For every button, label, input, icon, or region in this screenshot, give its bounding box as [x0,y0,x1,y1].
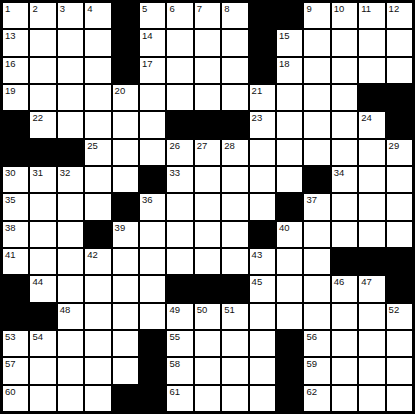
clue-number-7: 7 [197,3,202,14]
cell-r15c14[interactable] [359,386,384,411]
cell-r11c13[interactable]: 46 [332,276,357,301]
cell-r13c14[interactable] [359,331,384,356]
clue-number-42: 42 [87,249,98,260]
cell-r15c3[interactable] [58,386,83,411]
cell-r7c13[interactable]: 34 [332,167,357,192]
cell-r12c14[interactable] [359,304,384,329]
cell-r3c3[interactable] [58,58,83,83]
cell-r6c10[interactable] [250,140,275,165]
cell-r8c14[interactable] [359,194,384,219]
cell-r12c3[interactable]: 48 [58,304,83,329]
cell-r15c10[interactable] [250,386,275,411]
cell-r12c9[interactable]: 51 [222,304,247,329]
cell-r12c10[interactable] [250,304,275,329]
clue-number-29: 29 [389,140,400,151]
cell-r8c10[interactable] [250,194,275,219]
cell-r2c2[interactable] [30,30,55,55]
clue-number-11: 11 [361,3,371,14]
cell-r4c12[interactable] [304,85,329,110]
cell-r3c9[interactable] [222,58,247,83]
black-cell-r5c7 [167,112,192,137]
cell-r14c5[interactable] [113,358,138,383]
clue-number-45: 45 [252,276,263,287]
black-cell-r14c11 [277,358,302,383]
clue-number-31: 31 [32,167,43,178]
cell-r1c12[interactable]: 9 [304,3,329,28]
black-cell-r11c15 [387,276,412,301]
black-cell-r1c5 [113,3,138,28]
cell-r6c6[interactable] [140,140,165,165]
cell-r11c5[interactable] [113,276,138,301]
clue-number-35: 35 [5,194,16,205]
cell-r12c11[interactable] [277,304,302,329]
clue-number-37: 37 [306,194,317,205]
clue-number-55: 55 [169,331,180,342]
clue-number-60: 60 [5,386,16,397]
black-cell-r1c11 [277,3,302,28]
cell-r10c8[interactable] [195,249,220,274]
clue-number-46: 46 [334,276,345,287]
clue-number-40: 40 [279,222,290,233]
black-cell-r15c5 [113,386,138,411]
cell-r4c5[interactable]: 20 [113,85,138,110]
cell-r7c8[interactable] [195,167,220,192]
cell-r4c9[interactable] [222,85,247,110]
clue-number-30: 30 [5,167,16,178]
cell-r9c8[interactable] [195,222,220,247]
black-cell-r8c5 [113,194,138,219]
clue-number-17: 17 [142,58,153,69]
cell-r8c8[interactable] [195,194,220,219]
clue-number-47: 47 [361,276,372,287]
cell-r7c2[interactable]: 31 [30,167,55,192]
cell-r3c11[interactable]: 18 [277,58,302,83]
cell-r3c15[interactable] [387,58,412,83]
black-cell-r15c6 [140,386,165,411]
cell-r12c5[interactable] [113,304,138,329]
cell-r9c12[interactable] [304,222,329,247]
cell-r6c15[interactable]: 29 [387,140,412,165]
cell-r6c14[interactable] [359,140,384,165]
cell-r3c8[interactable] [195,58,220,83]
cell-r1c13[interactable]: 10 [332,3,357,28]
cell-r1c3[interactable]: 3 [58,3,83,28]
cell-r11c14[interactable]: 47 [359,276,384,301]
black-cell-r8c11 [277,194,302,219]
cell-r10c1[interactable]: 41 [3,249,28,274]
black-cell-r6c2 [30,140,55,165]
cell-r11c11[interactable] [277,276,302,301]
cell-r14c7[interactable]: 58 [167,358,192,383]
cell-r2c14[interactable] [359,30,384,55]
cell-r11c12[interactable] [304,276,329,301]
clue-number-8: 8 [224,3,229,14]
cell-r10c11[interactable] [277,249,302,274]
cell-r10c5[interactable] [113,249,138,274]
cell-r1c1[interactable]: 1 [3,3,28,28]
clue-number-27: 27 [197,140,208,151]
clue-number-32: 32 [60,167,71,178]
cell-r8c1[interactable]: 35 [3,194,28,219]
black-cell-r5c15 [387,112,412,137]
cell-r2c3[interactable] [58,30,83,55]
cell-r1c8[interactable]: 7 [195,3,220,28]
cell-r7c14[interactable] [359,167,384,192]
cell-r4c11[interactable] [277,85,302,110]
cell-r15c2[interactable] [30,386,55,411]
cell-r15c8[interactable] [195,386,220,411]
cell-r10c7[interactable] [167,249,192,274]
cell-r14c13[interactable] [332,358,357,383]
black-cell-r10c13 [332,249,357,274]
clue-number-26: 26 [169,140,180,151]
cell-r1c9[interactable]: 8 [222,3,247,28]
cell-r4c13[interactable] [332,85,357,110]
black-cell-r7c6 [140,167,165,192]
cell-r6c8[interactable]: 27 [195,140,220,165]
cell-r10c10[interactable]: 43 [250,249,275,274]
cell-r9c13[interactable] [332,222,357,247]
cell-r10c12[interactable] [304,249,329,274]
cell-r11c6[interactable] [140,276,165,301]
cell-r5c4[interactable] [85,112,110,137]
cell-r7c11[interactable] [277,167,302,192]
cell-r1c4[interactable]: 4 [85,3,110,28]
cell-r8c12[interactable]: 37 [304,194,329,219]
black-cell-r11c9 [222,276,247,301]
cell-r4c10[interactable]: 21 [250,85,275,110]
cell-r3c4[interactable] [85,58,110,83]
cell-r9c15[interactable] [387,222,412,247]
cell-r14c2[interactable] [30,358,55,383]
clue-number-62: 62 [306,386,317,397]
black-cell-r10c14 [359,249,384,274]
cell-r13c8[interactable] [195,331,220,356]
clue-number-23: 23 [252,112,263,123]
black-cell-r15c11 [277,386,302,411]
clue-number-56: 56 [306,331,317,342]
black-cell-r12c2 [30,304,55,329]
cell-r3c2[interactable] [30,58,55,83]
cell-r6c9[interactable]: 28 [222,140,247,165]
cell-r9c3[interactable] [58,222,83,247]
clue-number-34: 34 [334,167,345,178]
black-cell-r5c9 [222,112,247,137]
cell-r7c4[interactable] [85,167,110,192]
clue-number-21: 21 [252,85,263,96]
clue-number-41: 41 [5,249,16,260]
cell-r5c10[interactable]: 23 [250,112,275,137]
clue-number-25: 25 [87,140,98,151]
cell-r7c10[interactable] [250,167,275,192]
cell-r9c9[interactable] [222,222,247,247]
black-cell-r5c8 [195,112,220,137]
clue-number-5: 5 [142,3,147,14]
clue-number-1: 1 [5,3,10,14]
cell-r14c1[interactable]: 57 [3,358,28,383]
cell-r6c13[interactable] [332,140,357,165]
cell-r2c11[interactable]: 15 [277,30,302,55]
cell-r15c7[interactable]: 61 [167,386,192,411]
cell-r14c10[interactable] [250,358,275,383]
cell-r14c4[interactable] [85,358,110,383]
cell-r9c14[interactable] [359,222,384,247]
cell-r13c13[interactable] [332,331,357,356]
cell-r7c1[interactable]: 30 [3,167,28,192]
clue-number-18: 18 [279,58,290,69]
clue-number-2: 2 [32,3,37,14]
cell-r6c4[interactable]: 25 [85,140,110,165]
black-cell-r12c1 [3,304,28,329]
clue-number-58: 58 [169,358,180,369]
cell-r2c1[interactable]: 13 [3,30,28,55]
cell-r4c6[interactable] [140,85,165,110]
cell-r13c9[interactable] [222,331,247,356]
cell-r8c9[interactable] [222,194,247,219]
clue-number-59: 59 [306,358,317,369]
crossword-grid: 1234567891011121314151617181920212223242… [0,0,415,414]
cell-r15c12[interactable]: 62 [304,386,329,411]
black-cell-r9c4 [85,222,110,247]
cell-r4c8[interactable] [195,85,220,110]
cell-r8c13[interactable] [332,194,357,219]
clue-number-14: 14 [142,30,153,41]
cell-r15c4[interactable] [85,386,110,411]
clue-number-50: 50 [197,304,208,315]
clue-number-38: 38 [5,222,16,233]
cell-r3c7[interactable] [167,58,192,83]
cell-r14c8[interactable] [195,358,220,383]
clue-number-36: 36 [142,194,153,205]
clue-number-24: 24 [361,112,372,123]
cell-r10c2[interactable] [30,249,55,274]
cell-r13c12[interactable]: 56 [304,331,329,356]
clue-number-3: 3 [60,3,65,14]
black-cell-r4c15 [387,85,412,110]
cell-r8c2[interactable] [30,194,55,219]
clue-number-48: 48 [60,304,71,315]
clue-number-39: 39 [115,222,126,233]
clue-number-19: 19 [5,85,16,96]
black-cell-r11c1 [3,276,28,301]
cell-r7c7[interactable]: 33 [167,167,192,192]
clue-number-13: 13 [5,30,16,41]
clue-number-51: 51 [224,304,235,315]
clue-number-49: 49 [169,304,180,315]
cell-r15c13[interactable] [332,386,357,411]
cell-r8c4[interactable] [85,194,110,219]
black-cell-r9c10 [250,222,275,247]
cell-r10c6[interactable] [140,249,165,274]
clue-number-20: 20 [115,85,126,96]
cell-r7c15[interactable] [387,167,412,192]
cell-r9c7[interactable] [167,222,192,247]
clue-number-53: 53 [5,331,16,342]
cell-r10c4[interactable]: 42 [85,249,110,274]
clue-number-44: 44 [32,276,43,287]
black-cell-r11c8 [195,276,220,301]
cell-r9c1[interactable]: 38 [3,222,28,247]
cell-r13c10[interactable] [250,331,275,356]
cell-r13c7[interactable]: 55 [167,331,192,356]
black-cell-r14c6 [140,358,165,383]
cell-r2c8[interactable] [195,30,220,55]
cell-r4c2[interactable] [30,85,55,110]
cell-r8c7[interactable] [167,194,192,219]
clue-number-52: 52 [389,304,400,315]
black-cell-r13c11 [277,331,302,356]
black-cell-r2c5 [113,30,138,55]
cell-r15c15[interactable] [387,386,412,411]
clue-number-6: 6 [169,3,174,14]
cell-r2c6[interactable]: 14 [140,30,165,55]
cell-r1c14[interactable]: 11 [359,3,384,28]
cell-r9c5[interactable]: 39 [113,222,138,247]
cell-r6c11[interactable] [277,140,302,165]
cell-r3c6[interactable]: 17 [140,58,165,83]
cell-r10c9[interactable] [222,249,247,274]
black-cell-r7c12 [304,167,329,192]
cell-r15c1[interactable]: 60 [3,386,28,411]
cell-r3c14[interactable] [359,58,384,83]
cell-r6c12[interactable] [304,140,329,165]
cell-r5c6[interactable] [140,112,165,137]
cell-r5c14[interactable]: 24 [359,112,384,137]
cell-r14c12[interactable]: 59 [304,358,329,383]
cell-r9c11[interactable]: 40 [277,222,302,247]
cell-r2c15[interactable] [387,30,412,55]
clue-number-57: 57 [5,358,16,369]
cell-r2c4[interactable] [85,30,110,55]
black-cell-r6c1 [3,140,28,165]
cell-r2c12[interactable] [304,30,329,55]
black-cell-r10c15 [387,249,412,274]
cell-r11c2[interactable]: 44 [30,276,55,301]
black-cell-r6c3 [58,140,83,165]
cell-r4c1[interactable]: 19 [3,85,28,110]
cell-r5c12[interactable] [304,112,329,137]
cell-r6c5[interactable] [113,140,138,165]
cell-r4c3[interactable] [58,85,83,110]
clue-number-4: 4 [87,3,92,14]
cell-r4c7[interactable] [167,85,192,110]
cell-r7c9[interactable] [222,167,247,192]
cell-r2c7[interactable] [167,30,192,55]
cell-r2c9[interactable] [222,30,247,55]
clue-number-33: 33 [169,167,180,178]
black-cell-r11c7 [167,276,192,301]
cell-r1c7[interactable]: 6 [167,3,192,28]
cell-r11c3[interactable] [58,276,83,301]
cell-r14c14[interactable] [359,358,384,383]
clue-number-22: 22 [32,112,43,123]
cell-r11c4[interactable] [85,276,110,301]
cell-r1c6[interactable]: 5 [140,3,165,28]
black-cell-r1c10 [250,3,275,28]
cell-r9c2[interactable] [30,222,55,247]
cell-r8c6[interactable]: 36 [140,194,165,219]
cell-r2c13[interactable] [332,30,357,55]
cell-r10c3[interactable] [58,249,83,274]
cell-r6c7[interactable]: 26 [167,140,192,165]
cell-r12c6[interactable] [140,304,165,329]
clue-number-12: 12 [389,3,400,14]
cell-r15c9[interactable] [222,386,247,411]
cell-r12c8[interactable]: 50 [195,304,220,329]
cell-r3c13[interactable] [332,58,357,83]
black-cell-r3c5 [113,58,138,83]
cell-r12c7[interactable]: 49 [167,304,192,329]
cell-r13c15[interactable] [387,331,412,356]
cell-r13c5[interactable] [113,331,138,356]
clue-number-9: 9 [306,3,311,14]
black-cell-r4c14 [359,85,384,110]
cell-r5c13[interactable] [332,112,357,137]
cell-r12c12[interactable] [304,304,329,329]
cell-r12c13[interactable] [332,304,357,329]
cell-r3c1[interactable]: 16 [3,58,28,83]
clue-number-43: 43 [252,249,263,260]
cell-r7c5[interactable] [113,167,138,192]
clue-number-15: 15 [279,30,290,41]
cell-r5c2[interactable]: 22 [30,112,55,137]
cell-r3c12[interactable] [304,58,329,83]
cell-r1c15[interactable]: 12 [387,3,412,28]
cell-r13c3[interactable] [58,331,83,356]
black-cell-r5c1 [3,112,28,137]
clue-number-16: 16 [5,58,16,69]
black-cell-r3c10 [250,58,275,83]
cell-r14c15[interactable] [387,358,412,383]
cell-r14c9[interactable] [222,358,247,383]
cell-r9c6[interactable] [140,222,165,247]
cell-r4c4[interactable] [85,85,110,110]
cell-r7c3[interactable]: 32 [58,167,83,192]
cell-r1c2[interactable]: 2 [30,3,55,28]
clue-number-54: 54 [32,331,43,342]
clue-number-61: 61 [169,386,180,397]
cell-r8c3[interactable] [58,194,83,219]
cell-r13c2[interactable]: 54 [30,331,55,356]
cell-r12c15[interactable]: 52 [387,304,412,329]
cell-r13c1[interactable]: 53 [3,331,28,356]
cell-r5c5[interactable] [113,112,138,137]
cell-r11c10[interactable]: 45 [250,276,275,301]
cell-r5c11[interactable] [277,112,302,137]
cell-r5c3[interactable] [58,112,83,137]
black-cell-r2c10 [250,30,275,55]
cell-r14c3[interactable] [58,358,83,383]
cell-r13c4[interactable] [85,331,110,356]
cell-r12c4[interactable] [85,304,110,329]
cell-r8c15[interactable] [387,194,412,219]
clue-number-10: 10 [334,3,345,14]
black-cell-r13c6 [140,331,165,356]
clue-number-28: 28 [224,140,235,151]
